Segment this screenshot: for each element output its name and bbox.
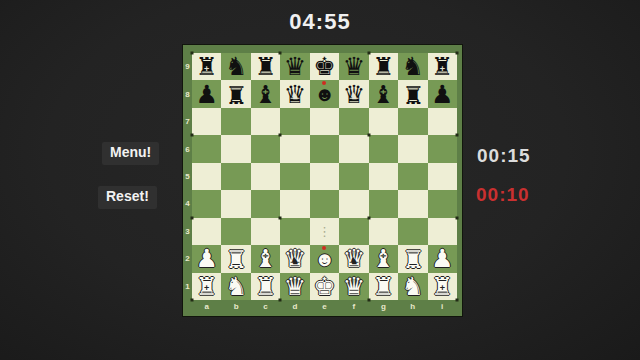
- file-label-e: e: [310, 301, 339, 313]
- square-h7[interactable]: [398, 108, 427, 135]
- square-f7[interactable]: [339, 108, 368, 135]
- rank-labels: 987654321: [183, 53, 192, 300]
- square-b3[interactable]: [221, 218, 250, 245]
- square-c2[interactable]: ♝: [251, 245, 280, 272]
- piece-white-king[interactable]: ♚: [310, 273, 339, 300]
- board-frame: 987654321 abcdefghi ♜+♞♜♛♚♛♜♞♜+♟♜♝♛♞☻♛♞♝…: [183, 45, 462, 316]
- piece-white-cannon[interactable]: ♜: [398, 245, 427, 272]
- rank-label-2: 2: [183, 245, 192, 272]
- square-c8[interactable]: ♝: [251, 80, 280, 107]
- square-a7[interactable]: [192, 108, 221, 135]
- rank-label-6: 6: [183, 135, 192, 162]
- piece-white-pawn[interactable]: ♟: [192, 245, 221, 272]
- reset-button[interactable]: Reset!: [98, 186, 157, 209]
- square-f9[interactable]: ♛: [339, 53, 368, 80]
- square-d3[interactable]: [280, 218, 309, 245]
- piece-black-amazon[interactable]: ♛♞: [339, 80, 368, 107]
- piece-white-sage[interactable]: ☻: [310, 245, 339, 272]
- square-e5[interactable]: [310, 163, 339, 190]
- piece-black-guard[interactable]: ♜+: [428, 53, 457, 80]
- square-d7[interactable]: [280, 108, 309, 135]
- square-e6[interactable]: [310, 135, 339, 162]
- square-i4[interactable]: [428, 190, 457, 217]
- square-c9[interactable]: ♜: [251, 53, 280, 80]
- square-g6[interactable]: [369, 135, 398, 162]
- square-e1[interactable]: ♚: [310, 273, 339, 300]
- rank-label-9: 9: [183, 53, 192, 80]
- piece-white-rook[interactable]: ♜: [369, 273, 398, 300]
- square-b7[interactable]: [221, 108, 250, 135]
- square-f4[interactable]: [339, 190, 368, 217]
- square-e9[interactable]: ♚: [310, 53, 339, 80]
- piece-black-king[interactable]: ♚: [310, 53, 339, 80]
- square-i5[interactable]: [428, 163, 457, 190]
- piece-black-rook[interactable]: ♜: [251, 53, 280, 80]
- square-e4[interactable]: [310, 190, 339, 217]
- square-a9[interactable]: ♜+: [192, 53, 221, 80]
- piece-white-bishop[interactable]: ♝: [369, 245, 398, 272]
- square-b4[interactable]: [221, 190, 250, 217]
- rank-label-7: 7: [183, 108, 192, 135]
- piece-white-rook[interactable]: ♜: [251, 273, 280, 300]
- square-i2[interactable]: ♟: [428, 245, 457, 272]
- square-g8[interactable]: ♝: [369, 80, 398, 107]
- rank-label-1: 1: [183, 273, 192, 300]
- piece-white-amazon[interactable]: ♛♞: [339, 245, 368, 272]
- rank-label-5: 5: [183, 163, 192, 190]
- square-b8[interactable]: ♜: [221, 80, 250, 107]
- file-label-g: g: [369, 301, 398, 313]
- square-f3[interactable]: [339, 218, 368, 245]
- square-a1[interactable]: ♜+: [192, 273, 221, 300]
- square-f2[interactable]: ♛♞: [339, 245, 368, 272]
- player-clock-top: 00:15: [477, 145, 531, 167]
- square-h4[interactable]: [398, 190, 427, 217]
- square-i3[interactable]: [428, 218, 457, 245]
- piece-white-cannon[interactable]: ♜: [221, 245, 250, 272]
- square-g9[interactable]: ♜: [369, 53, 398, 80]
- square-g7[interactable]: [369, 108, 398, 135]
- square-d4[interactable]: [280, 190, 309, 217]
- piece-black-knight[interactable]: ♞: [398, 53, 427, 80]
- square-c7[interactable]: [251, 108, 280, 135]
- piece-black-queen[interactable]: ♛: [339, 53, 368, 80]
- piece-white-guard[interactable]: ♜+: [192, 273, 221, 300]
- square-i6[interactable]: [428, 135, 457, 162]
- square-g4[interactable]: [369, 190, 398, 217]
- square-c6[interactable]: [251, 135, 280, 162]
- piece-black-cannon[interactable]: ♜: [221, 80, 250, 107]
- file-label-a: a: [192, 301, 221, 313]
- piece-white-bishop[interactable]: ♝: [251, 245, 280, 272]
- square-c3[interactable]: [251, 218, 280, 245]
- square-h1[interactable]: ♞: [398, 273, 427, 300]
- piece-white-queen[interactable]: ♛: [280, 273, 309, 300]
- square-d5[interactable]: [280, 163, 309, 190]
- rank-label-8: 8: [183, 80, 192, 107]
- square-g2[interactable]: ♝: [369, 245, 398, 272]
- square-d6[interactable]: [280, 135, 309, 162]
- square-i1[interactable]: ♜+: [428, 273, 457, 300]
- square-g1[interactable]: ♜: [369, 273, 398, 300]
- piece-white-queen[interactable]: ♛: [339, 273, 368, 300]
- square-f6[interactable]: [339, 135, 368, 162]
- piece-black-cannon[interactable]: ♜: [398, 80, 427, 107]
- square-d2[interactable]: ♛♞: [280, 245, 309, 272]
- square-h5[interactable]: [398, 163, 427, 190]
- square-i7[interactable]: [428, 108, 457, 135]
- piece-white-knight[interactable]: ♞: [221, 273, 250, 300]
- file-label-c: c: [251, 301, 280, 313]
- square-f1[interactable]: ♛: [339, 273, 368, 300]
- file-label-i: i: [428, 301, 457, 313]
- square-c1[interactable]: ♜: [251, 273, 280, 300]
- square-e2[interactable]: ☻: [310, 245, 339, 272]
- square-h6[interactable]: [398, 135, 427, 162]
- square-b1[interactable]: ♞: [221, 273, 250, 300]
- piece-black-knight[interactable]: ♞: [221, 53, 250, 80]
- red-mark: [322, 81, 326, 85]
- square-h3[interactable]: [398, 218, 427, 245]
- game-screen: 04:55 Menu! Reset! 00:15 00:10 987654321…: [0, 0, 640, 360]
- square-c4[interactable]: [251, 190, 280, 217]
- square-i9[interactable]: ♜+: [428, 53, 457, 80]
- piece-black-pawn[interactable]: ♟: [192, 80, 221, 107]
- square-e3[interactable]: [310, 218, 339, 245]
- main-timer: 04:55: [0, 9, 640, 35]
- piece-black-bishop[interactable]: ♝: [251, 80, 280, 107]
- square-d1[interactable]: ♛: [280, 273, 309, 300]
- square-b6[interactable]: [221, 135, 250, 162]
- piece-black-queen[interactable]: ♛: [280, 53, 309, 80]
- square-e7[interactable]: [310, 108, 339, 135]
- piece-black-amazon[interactable]: ♛♞: [280, 80, 309, 107]
- square-g3[interactable]: [369, 218, 398, 245]
- player-clock-bottom: 00:10: [476, 184, 530, 206]
- piece-black-bishop[interactable]: ♝: [369, 80, 398, 107]
- file-label-f: f: [339, 301, 368, 313]
- square-a8[interactable]: ♟: [192, 80, 221, 107]
- piece-white-amazon[interactable]: ♛♞: [280, 245, 309, 272]
- square-h8[interactable]: ♜: [398, 80, 427, 107]
- square-a2[interactable]: ♟: [192, 245, 221, 272]
- file-label-b: b: [221, 301, 250, 313]
- square-a5[interactable]: [192, 163, 221, 190]
- square-f8[interactable]: ♛♞: [339, 80, 368, 107]
- piece-black-rook[interactable]: ♜: [369, 53, 398, 80]
- square-a6[interactable]: [192, 135, 221, 162]
- piece-white-guard[interactable]: ♜+: [428, 273, 457, 300]
- square-b5[interactable]: [221, 163, 250, 190]
- piece-white-pawn[interactable]: ♟: [428, 245, 457, 272]
- square-g5[interactable]: [369, 163, 398, 190]
- menu-button[interactable]: Menu!: [102, 142, 159, 165]
- square-c5[interactable]: [251, 163, 280, 190]
- square-e8[interactable]: ☻: [310, 80, 339, 107]
- square-b2[interactable]: ♜: [221, 245, 250, 272]
- square-h9[interactable]: ♞: [398, 53, 427, 80]
- piece-black-sage[interactable]: ☻: [310, 80, 339, 107]
- rank-label-3: 3: [183, 218, 192, 245]
- rank-label-4: 4: [183, 190, 192, 217]
- board-squares: ♜+♞♜♛♚♛♜♞♜+♟♜♝♛♞☻♛♞♝♜♟♟♜♝♛♞☻♛♞♝♜♟♜+♞♜♛♚♛…: [192, 53, 457, 300]
- file-labels: abcdefghi: [192, 301, 457, 313]
- file-label-h: h: [398, 301, 427, 313]
- square-d9[interactable]: ♛: [280, 53, 309, 80]
- square-f5[interactable]: [339, 163, 368, 190]
- square-b9[interactable]: ♞: [221, 53, 250, 80]
- square-a4[interactable]: [192, 190, 221, 217]
- piece-white-knight[interactable]: ♞: [398, 273, 427, 300]
- piece-black-guard[interactable]: ♜+: [192, 53, 221, 80]
- square-i8[interactable]: ♟: [428, 80, 457, 107]
- square-d8[interactable]: ♛♞: [280, 80, 309, 107]
- file-label-d: d: [280, 301, 309, 313]
- square-a3[interactable]: [192, 218, 221, 245]
- red-mark: [322, 246, 326, 250]
- square-h2[interactable]: ♜: [398, 245, 427, 272]
- piece-black-pawn[interactable]: ♟: [428, 80, 457, 107]
